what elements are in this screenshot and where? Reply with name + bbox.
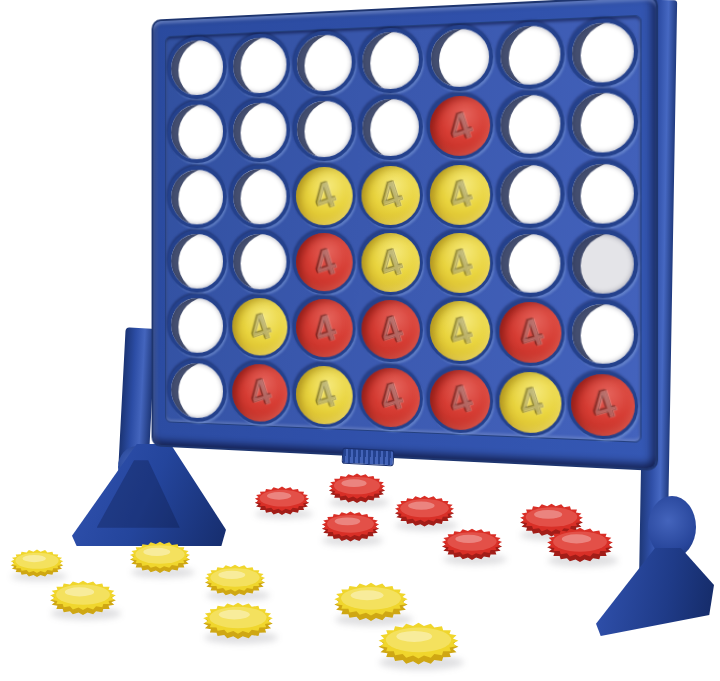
board-panel: 444444444444444444 <box>165 15 642 443</box>
board-cell-r1c7[interactable] <box>566 16 640 89</box>
loose-yellow-disc[interactable] <box>332 582 410 623</box>
board-cell-r2c3[interactable] <box>292 95 358 163</box>
loose-yellow-disc[interactable] <box>128 541 192 574</box>
board-cell-r5c4[interactable]: 4 <box>357 296 425 365</box>
board-cell-r4c7[interactable] <box>566 229 640 300</box>
board-cell-r6c4[interactable]: 4 <box>357 363 425 433</box>
yellow-serrated-disc-graphic <box>376 622 461 666</box>
yellow-serrated-disc-graphic <box>48 580 118 616</box>
red-board-disc: 4 <box>500 302 562 364</box>
hole: 4 <box>293 362 356 428</box>
board-cell-r2c1[interactable] <box>166 99 228 165</box>
board-cell-r4c5[interactable]: 4 <box>425 229 495 298</box>
board-cell-r5c1[interactable] <box>166 293 228 359</box>
disc-release-slider[interactable] <box>342 448 395 467</box>
loose-yellow-disc[interactable] <box>201 602 275 640</box>
disc-emboss-numeral: 4 <box>443 173 475 216</box>
hole: 4 <box>427 92 493 159</box>
yellow-board-disc: 4 <box>362 165 420 224</box>
disc-emboss-numeral: 4 <box>375 241 407 284</box>
yellow-serrated-disc-graphic <box>128 541 192 574</box>
board-cell-r1c3[interactable] <box>292 28 358 97</box>
disc-emboss-numeral: 4 <box>309 175 340 217</box>
board-cell-r6c5[interactable]: 4 <box>425 365 495 436</box>
disc-emboss-numeral: 4 <box>443 310 475 353</box>
red-board-disc: 4 <box>296 233 353 292</box>
red-board-disc: 4 <box>571 373 635 437</box>
loose-red-disc[interactable] <box>440 528 504 561</box>
board-cell-r5c6[interactable]: 4 <box>495 298 567 369</box>
board-cell-r3c7[interactable] <box>566 158 640 229</box>
hole <box>496 230 564 297</box>
hole: 4 <box>293 296 356 361</box>
hole <box>167 165 226 228</box>
disc-emboss-numeral: 4 <box>514 380 547 424</box>
hole <box>496 20 564 90</box>
disc-emboss-numeral: 4 <box>309 308 340 350</box>
yellow-serrated-disc-graphic <box>9 549 65 578</box>
yellow-board-disc: 4 <box>232 298 287 356</box>
hole: 4 <box>359 297 423 363</box>
disc-emboss-numeral: 4 <box>375 376 407 418</box>
loose-red-disc[interactable] <box>393 495 456 528</box>
board-cell-r3c6[interactable] <box>495 159 567 229</box>
board-cell-r4c4[interactable]: 4 <box>357 229 425 297</box>
board-cell-r3c2[interactable] <box>228 163 292 229</box>
yellow-board-disc: 4 <box>296 166 353 225</box>
hole <box>427 24 493 92</box>
loose-red-disc[interactable] <box>327 473 387 504</box>
disc-emboss-numeral: 4 <box>443 378 475 421</box>
board-cell-r1c1[interactable] <box>166 34 228 101</box>
board-cell-r6c7[interactable]: 4 <box>566 369 640 442</box>
disc-emboss-numeral: 4 <box>375 174 407 217</box>
board-cell-r5c3[interactable]: 4 <box>292 295 358 363</box>
red-serrated-disc-graphic <box>440 528 504 561</box>
hole: 4 <box>427 366 493 434</box>
red-serrated-disc-graphic <box>253 486 311 516</box>
hole: 4 <box>293 230 356 295</box>
disc-emboss-numeral: 4 <box>375 309 407 351</box>
hole: 4 <box>427 161 493 228</box>
loose-red-disc[interactable] <box>320 511 381 543</box>
hole: 4 <box>568 370 638 440</box>
red-serrated-disc-graphic <box>545 527 615 563</box>
yellow-serrated-disc-graphic <box>203 564 267 597</box>
yellow-serrated-disc-graphic <box>332 582 410 623</box>
yellow-board-disc: 4 <box>430 233 490 293</box>
board-cell-r4c1[interactable] <box>166 229 228 294</box>
red-board-disc: 4 <box>232 363 287 422</box>
hole <box>496 160 564 228</box>
board-cell-r6c1[interactable] <box>166 357 228 424</box>
hole <box>359 27 423 94</box>
board-cell-r5c2[interactable]: 4 <box>228 294 292 361</box>
hole: 4 <box>359 162 423 228</box>
board-cell-r2c5[interactable]: 4 <box>425 91 495 161</box>
board-cell-r3c3[interactable]: 4 <box>292 162 358 229</box>
hole <box>568 159 638 228</box>
hole <box>496 90 564 159</box>
hole <box>293 97 356 162</box>
board-cell-r3c1[interactable] <box>166 164 228 229</box>
board-cell-r2c2[interactable] <box>228 97 292 164</box>
hole: 4 <box>359 230 423 295</box>
disc-emboss-numeral: 4 <box>443 105 475 148</box>
disc-emboss-numeral: 4 <box>245 372 275 413</box>
board-cell-r4c6[interactable] <box>495 229 567 299</box>
board-cell-r3c5[interactable]: 4 <box>425 160 495 229</box>
loose-yellow-disc[interactable] <box>48 580 118 616</box>
loose-red-disc[interactable] <box>545 527 615 563</box>
hole: 4 <box>427 298 493 365</box>
red-board-disc: 4 <box>362 300 420 360</box>
hole <box>568 230 638 298</box>
red-serrated-disc-graphic <box>320 511 381 543</box>
disc-emboss-numeral: 4 <box>309 241 340 283</box>
hole <box>568 300 638 369</box>
disc-emboss-numeral: 4 <box>309 374 340 416</box>
board-cell-r6c3[interactable]: 4 <box>292 361 358 430</box>
hole <box>229 230 290 294</box>
hole: 4 <box>293 163 356 228</box>
hole: 4 <box>229 360 290 425</box>
yellow-board-disc: 4 <box>430 301 490 362</box>
board-cell-r1c5[interactable] <box>425 22 495 93</box>
board-cell-r4c2[interactable] <box>228 229 292 295</box>
board-cell-r5c7[interactable] <box>566 299 640 371</box>
hole <box>167 294 226 358</box>
hole <box>229 33 290 98</box>
disc-emboss-numeral: 4 <box>443 241 475 284</box>
red-serrated-disc-graphic <box>393 495 456 528</box>
yellow-serrated-disc-graphic <box>201 602 275 640</box>
hole: 4 <box>427 230 493 296</box>
hole: 4 <box>496 368 564 437</box>
hole <box>167 358 226 422</box>
board-cell-r1c2[interactable] <box>228 31 292 99</box>
board-cell-r1c4[interactable] <box>357 25 425 95</box>
hole <box>568 17 638 88</box>
board-cell-r6c6[interactable]: 4 <box>495 367 567 439</box>
hole <box>167 100 226 164</box>
hole: 4 <box>359 364 423 431</box>
hole: 4 <box>229 295 290 359</box>
board-cell-r2c4[interactable] <box>357 93 425 162</box>
yellow-board-disc: 4 <box>430 164 490 224</box>
red-board-disc: 4 <box>430 96 490 157</box>
disc-emboss-numeral: 4 <box>514 311 547 355</box>
yellow-board-disc: 4 <box>362 233 420 292</box>
hole <box>167 35 226 99</box>
hole <box>568 88 638 158</box>
left-stand-foot <box>72 444 226 546</box>
hole <box>229 98 290 163</box>
red-board-disc: 4 <box>296 299 353 358</box>
yellow-board-disc: 4 <box>500 371 562 434</box>
disc-emboss-numeral: 4 <box>245 307 275 348</box>
connect-four-board: 444444444444444444 <box>152 0 659 471</box>
hole: 4 <box>496 299 564 367</box>
board-cell-r2c7[interactable] <box>566 87 640 159</box>
board-cell-r3c4[interactable]: 4 <box>357 161 425 229</box>
board-cell-r1c6[interactable] <box>495 19 567 91</box>
hole <box>167 230 226 293</box>
disc-emboss-numeral: 4 <box>586 383 620 427</box>
loose-red-disc[interactable] <box>253 486 311 516</box>
hole <box>229 164 290 228</box>
yellow-board-disc: 4 <box>296 365 353 425</box>
board-cell-r5c5[interactable]: 4 <box>425 297 495 367</box>
board-cell-r4c3[interactable]: 4 <box>292 229 358 296</box>
board-cell-r2c6[interactable] <box>495 89 567 160</box>
hole <box>293 30 356 96</box>
board-cell-r6c2[interactable]: 4 <box>228 359 292 427</box>
red-board-disc: 4 <box>430 369 490 431</box>
product-photo-background: 444444444444444444 <box>0 0 720 681</box>
loose-yellow-disc[interactable] <box>203 564 267 597</box>
hole <box>359 95 423 161</box>
loose-yellow-disc[interactable] <box>376 622 461 666</box>
red-serrated-disc-graphic <box>327 473 387 504</box>
loose-yellow-disc[interactable] <box>9 549 65 578</box>
red-board-disc: 4 <box>362 367 420 428</box>
